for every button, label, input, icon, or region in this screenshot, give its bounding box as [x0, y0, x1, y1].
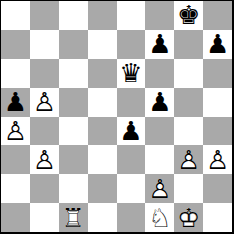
square-d2[interactable]	[88, 174, 117, 203]
square-h8[interactable]	[203, 1, 232, 30]
piece-white-pawn: ♙	[174, 145, 203, 174]
square-b7[interactable]	[30, 30, 59, 59]
square-a7[interactable]	[1, 30, 30, 59]
square-c7[interactable]	[59, 30, 88, 59]
piece-white-pawn-fill: ♟	[174, 145, 203, 174]
square-f1[interactable]: ♞♘	[145, 203, 174, 232]
square-e8[interactable]	[117, 1, 146, 30]
square-f4[interactable]	[145, 117, 174, 146]
square-g4[interactable]	[174, 117, 203, 146]
chess-board: ♚♟♟♛♟♟♙♟♟♙♟♟♙♟♙♟♙♟♙♜♖♞♘♚♔	[0, 0, 234, 234]
square-f6[interactable]	[145, 59, 174, 88]
square-h5[interactable]	[203, 88, 232, 117]
square-c3[interactable]	[59, 145, 88, 174]
square-a5[interactable]: ♟	[1, 88, 30, 117]
square-d1[interactable]	[88, 203, 117, 232]
piece-white-pawn: ♙	[30, 145, 59, 174]
square-h3[interactable]: ♟♙	[203, 145, 232, 174]
square-b1[interactable]	[30, 203, 59, 232]
piece-white-pawn: ♙	[1, 117, 30, 146]
square-b6[interactable]	[30, 59, 59, 88]
piece-black-pawn: ♟	[1, 88, 30, 117]
square-e6[interactable]: ♛	[117, 59, 146, 88]
piece-white-pawn: ♙	[145, 174, 174, 203]
square-f2[interactable]: ♟♙	[145, 174, 174, 203]
square-a3[interactable]	[1, 145, 30, 174]
piece-black-pawn: ♟	[145, 30, 174, 59]
piece-white-pawn: ♙	[30, 88, 59, 117]
piece-white-rook-fill: ♜	[59, 203, 88, 232]
square-b8[interactable]	[30, 1, 59, 30]
square-e4[interactable]: ♟	[117, 117, 146, 146]
square-d8[interactable]	[88, 1, 117, 30]
square-h2[interactable]	[203, 174, 232, 203]
piece-white-king-fill: ♚	[174, 203, 203, 232]
square-g1[interactable]: ♚♔	[174, 203, 203, 232]
square-d3[interactable]	[88, 145, 117, 174]
square-d4[interactable]	[88, 117, 117, 146]
square-c1[interactable]: ♜♖	[59, 203, 88, 232]
square-f8[interactable]	[145, 1, 174, 30]
square-g6[interactable]	[174, 59, 203, 88]
square-g5[interactable]	[174, 88, 203, 117]
square-c8[interactable]	[59, 1, 88, 30]
piece-white-rook: ♖	[59, 203, 88, 232]
piece-black-pawn: ♟	[117, 117, 146, 146]
square-e3[interactable]	[117, 145, 146, 174]
square-d5[interactable]	[88, 88, 117, 117]
square-d7[interactable]	[88, 30, 117, 59]
square-f7[interactable]: ♟	[145, 30, 174, 59]
square-b5[interactable]: ♟♙	[30, 88, 59, 117]
square-h1[interactable]	[203, 203, 232, 232]
piece-black-queen: ♛	[117, 59, 146, 88]
piece-white-pawn-fill: ♟	[1, 117, 30, 146]
square-c4[interactable]	[59, 117, 88, 146]
square-a4[interactable]: ♟♙	[1, 117, 30, 146]
square-c5[interactable]	[59, 88, 88, 117]
piece-black-pawn: ♟	[203, 30, 232, 59]
square-f5[interactable]: ♟	[145, 88, 174, 117]
square-a6[interactable]	[1, 59, 30, 88]
square-d6[interactable]	[88, 59, 117, 88]
square-h6[interactable]	[203, 59, 232, 88]
piece-white-knight-fill: ♞	[145, 203, 174, 232]
square-g2[interactable]	[174, 174, 203, 203]
square-g8[interactable]: ♚	[174, 1, 203, 30]
square-h7[interactable]: ♟	[203, 30, 232, 59]
piece-white-pawn-fill: ♟	[145, 174, 174, 203]
square-e5[interactable]	[117, 88, 146, 117]
square-c6[interactable]	[59, 59, 88, 88]
piece-white-king: ♔	[174, 203, 203, 232]
square-h4[interactable]	[203, 117, 232, 146]
square-b2[interactable]	[30, 174, 59, 203]
square-f3[interactable]	[145, 145, 174, 174]
square-b4[interactable]	[30, 117, 59, 146]
square-e2[interactable]	[117, 174, 146, 203]
square-e7[interactable]	[117, 30, 146, 59]
piece-white-pawn-fill: ♟	[30, 145, 59, 174]
square-a2[interactable]	[1, 174, 30, 203]
square-g7[interactable]	[174, 30, 203, 59]
square-a1[interactable]	[1, 203, 30, 232]
piece-white-pawn-fill: ♟	[30, 88, 59, 117]
piece-white-knight: ♘	[145, 203, 174, 232]
square-b3[interactable]: ♟♙	[30, 145, 59, 174]
piece-black-pawn: ♟	[145, 88, 174, 117]
square-e1[interactable]	[117, 203, 146, 232]
square-a8[interactable]	[1, 1, 30, 30]
square-c2[interactable]	[59, 174, 88, 203]
piece-black-king: ♚	[174, 1, 203, 30]
piece-white-pawn-fill: ♟	[203, 145, 232, 174]
square-g3[interactable]: ♟♙	[174, 145, 203, 174]
piece-white-pawn: ♙	[203, 145, 232, 174]
